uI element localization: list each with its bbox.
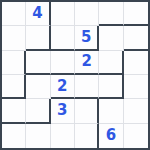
- given-digit: 2: [81, 54, 91, 69]
- cell-r0c4[interactable]: [99, 2, 123, 26]
- cell-r0c5[interactable]: [124, 2, 148, 26]
- cell-r5c1[interactable]: [26, 124, 50, 148]
- cell-r0c0[interactable]: [2, 2, 26, 26]
- cell-r2c0[interactable]: [2, 51, 26, 75]
- cell-r3c1[interactable]: [26, 75, 50, 99]
- cell-r4c2[interactable]: 3: [51, 99, 75, 123]
- given-digit: 3: [57, 103, 67, 118]
- cell-r1c2[interactable]: [51, 26, 75, 50]
- cell-r2c3[interactable]: 2: [75, 51, 99, 75]
- cell-r3c4[interactable]: [99, 75, 123, 99]
- sudoku-board: 452236: [0, 0, 150, 150]
- cell-r3c0[interactable]: [2, 75, 26, 99]
- cell-r5c0[interactable]: [2, 124, 26, 148]
- given-digit: 2: [57, 78, 67, 93]
- cell-r0c2[interactable]: [51, 2, 75, 26]
- cell-r1c4[interactable]: [99, 26, 123, 50]
- cell-r3c2[interactable]: 2: [51, 75, 75, 99]
- cell-r5c5[interactable]: [124, 124, 148, 148]
- cell-r2c2[interactable]: [51, 51, 75, 75]
- cell-r0c1[interactable]: 4: [26, 2, 50, 26]
- cell-r4c5[interactable]: [124, 99, 148, 123]
- cell-r0c3[interactable]: [75, 2, 99, 26]
- cell-r1c3[interactable]: 5: [75, 26, 99, 50]
- cell-r4c0[interactable]: [2, 99, 26, 123]
- cell-r5c4[interactable]: 6: [99, 124, 123, 148]
- cell-r1c5[interactable]: [124, 26, 148, 50]
- given-digit: 6: [106, 128, 116, 143]
- given-digit: 5: [81, 29, 91, 44]
- cell-r2c5[interactable]: [124, 51, 148, 75]
- cell-r3c5[interactable]: [124, 75, 148, 99]
- cell-r3c3[interactable]: [75, 75, 99, 99]
- cell-r5c2[interactable]: [51, 124, 75, 148]
- cell-r5c3[interactable]: [75, 124, 99, 148]
- cell-r1c0[interactable]: [2, 26, 26, 50]
- given-digit: 4: [32, 6, 42, 21]
- cell-r4c1[interactable]: [26, 99, 50, 123]
- cell-r1c1[interactable]: [26, 26, 50, 50]
- cell-r4c4[interactable]: [99, 99, 123, 123]
- cell-r2c4[interactable]: [99, 51, 123, 75]
- cell-r2c1[interactable]: [26, 51, 50, 75]
- cell-r4c3[interactable]: [75, 99, 99, 123]
